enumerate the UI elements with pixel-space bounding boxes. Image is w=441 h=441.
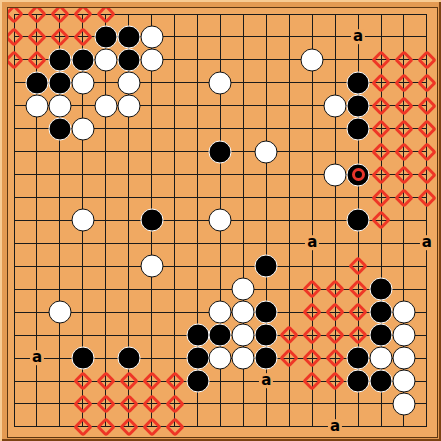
intersection[interactable]	[71, 255, 94, 278]
intersection[interactable]	[232, 48, 255, 71]
intersection[interactable]	[255, 71, 278, 94]
intersection[interactable]	[415, 71, 438, 94]
intersection[interactable]	[209, 7, 232, 25]
intersection[interactable]	[140, 7, 163, 25]
intersection[interactable]	[25, 25, 48, 48]
intersection[interactable]	[278, 347, 301, 370]
intersection[interactable]	[25, 324, 48, 347]
intersection[interactable]	[7, 255, 25, 278]
intersection[interactable]	[301, 71, 324, 94]
intersection[interactable]	[347, 278, 370, 301]
intersection[interactable]	[71, 71, 94, 94]
intersection[interactable]	[117, 94, 140, 117]
intersection[interactable]	[415, 163, 438, 186]
intersection[interactable]	[278, 370, 301, 393]
intersection[interactable]	[186, 255, 209, 278]
intersection[interactable]: a	[415, 232, 438, 255]
intersection[interactable]	[278, 163, 301, 186]
intersection[interactable]	[278, 255, 301, 278]
intersection[interactable]	[209, 301, 232, 324]
intersection[interactable]	[140, 392, 163, 415]
intersection[interactable]	[140, 347, 163, 370]
intersection[interactable]	[278, 415, 301, 438]
intersection[interactable]	[209, 163, 232, 186]
intersection[interactable]	[324, 324, 347, 347]
intersection[interactable]	[347, 186, 370, 209]
intersection[interactable]	[209, 347, 232, 370]
intersection[interactable]	[117, 370, 140, 393]
intersection[interactable]	[209, 71, 232, 94]
intersection[interactable]	[7, 232, 25, 255]
intersection[interactable]	[301, 370, 324, 393]
intersection[interactable]	[25, 186, 48, 209]
intersection[interactable]	[324, 370, 347, 393]
intersection[interactable]	[71, 370, 94, 393]
intersection[interactable]	[48, 117, 71, 140]
intersection[interactable]	[347, 255, 370, 278]
intersection[interactable]	[324, 117, 347, 140]
intersection[interactable]	[209, 278, 232, 301]
intersection[interactable]	[117, 25, 140, 48]
intersection[interactable]	[370, 392, 393, 415]
intersection[interactable]	[301, 140, 324, 163]
intersection[interactable]	[209, 140, 232, 163]
intersection[interactable]	[324, 255, 347, 278]
intersection[interactable]	[370, 94, 393, 117]
intersection[interactable]	[94, 255, 117, 278]
intersection[interactable]	[71, 301, 94, 324]
intersection[interactable]	[186, 186, 209, 209]
intersection[interactable]	[71, 324, 94, 347]
intersection[interactable]	[94, 7, 117, 25]
intersection[interactable]	[7, 370, 25, 393]
intersection[interactable]	[48, 140, 71, 163]
intersection[interactable]	[232, 347, 255, 370]
intersection[interactable]	[140, 415, 163, 438]
intersection[interactable]	[71, 278, 94, 301]
intersection[interactable]	[255, 324, 278, 347]
intersection[interactable]	[7, 186, 25, 209]
intersection[interactable]	[392, 255, 415, 278]
intersection[interactable]	[186, 94, 209, 117]
intersection[interactable]	[25, 94, 48, 117]
intersection[interactable]	[94, 25, 117, 48]
intersection[interactable]	[117, 324, 140, 347]
intersection[interactable]	[324, 278, 347, 301]
intersection[interactable]	[255, 163, 278, 186]
intersection[interactable]	[232, 94, 255, 117]
intersection[interactable]	[255, 140, 278, 163]
intersection[interactable]	[255, 301, 278, 324]
intersection[interactable]	[255, 48, 278, 71]
intersection[interactable]	[301, 415, 324, 438]
intersection[interactable]	[25, 71, 48, 94]
intersection[interactable]	[392, 7, 415, 25]
intersection[interactable]	[232, 71, 255, 94]
intersection[interactable]	[370, 25, 393, 48]
intersection[interactable]	[347, 163, 370, 186]
intersection[interactable]	[48, 232, 71, 255]
intersection[interactable]	[209, 392, 232, 415]
intersection[interactable]	[278, 232, 301, 255]
intersection[interactable]	[163, 209, 186, 232]
intersection[interactable]	[255, 347, 278, 370]
intersection[interactable]	[25, 370, 48, 393]
intersection[interactable]	[392, 140, 415, 163]
intersection[interactable]	[94, 392, 117, 415]
intersection[interactable]	[370, 140, 393, 163]
intersection[interactable]	[415, 140, 438, 163]
intersection[interactable]	[163, 370, 186, 393]
intersection[interactable]	[186, 7, 209, 25]
intersection[interactable]	[301, 255, 324, 278]
intersection[interactable]	[209, 25, 232, 48]
intersection[interactable]	[255, 255, 278, 278]
intersection[interactable]	[324, 232, 347, 255]
intersection[interactable]	[278, 48, 301, 71]
intersection[interactable]	[163, 163, 186, 186]
intersection[interactable]	[415, 48, 438, 71]
intersection[interactable]	[186, 48, 209, 71]
intersection[interactable]	[117, 278, 140, 301]
intersection[interactable]	[392, 25, 415, 48]
intersection[interactable]	[370, 48, 393, 71]
intersection[interactable]	[347, 209, 370, 232]
intersection[interactable]	[25, 255, 48, 278]
intersection[interactable]	[415, 324, 438, 347]
intersection[interactable]	[415, 117, 438, 140]
intersection[interactable]	[48, 255, 71, 278]
intersection[interactable]	[7, 163, 25, 186]
intersection[interactable]	[324, 392, 347, 415]
intersection[interactable]	[232, 232, 255, 255]
intersection[interactable]	[347, 370, 370, 393]
intersection[interactable]	[209, 209, 232, 232]
intersection[interactable]	[392, 209, 415, 232]
intersection[interactable]	[117, 301, 140, 324]
intersection[interactable]	[117, 117, 140, 140]
intersection[interactable]	[347, 347, 370, 370]
intersection[interactable]	[140, 140, 163, 163]
intersection[interactable]	[278, 324, 301, 347]
intersection[interactable]	[324, 25, 347, 48]
intersection[interactable]	[71, 94, 94, 117]
intersection[interactable]	[370, 370, 393, 393]
intersection[interactable]	[163, 301, 186, 324]
intersection[interactable]	[186, 71, 209, 94]
intersection[interactable]	[163, 232, 186, 255]
intersection[interactable]	[7, 347, 25, 370]
intersection[interactable]	[301, 392, 324, 415]
intersection[interactable]	[140, 186, 163, 209]
intersection[interactable]	[25, 232, 48, 255]
intersection[interactable]	[71, 140, 94, 163]
intersection[interactable]	[370, 278, 393, 301]
intersection[interactable]	[117, 71, 140, 94]
intersection[interactable]	[232, 186, 255, 209]
intersection[interactable]	[94, 209, 117, 232]
intersection[interactable]	[301, 94, 324, 117]
intersection[interactable]	[186, 347, 209, 370]
intersection[interactable]	[48, 347, 71, 370]
intersection[interactable]	[415, 255, 438, 278]
intersection[interactable]	[186, 232, 209, 255]
intersection[interactable]	[370, 232, 393, 255]
intersection[interactable]	[48, 301, 71, 324]
intersection[interactable]	[347, 7, 370, 25]
intersection[interactable]	[324, 301, 347, 324]
intersection[interactable]	[48, 370, 71, 393]
intersection[interactable]	[140, 324, 163, 347]
intersection[interactable]	[163, 48, 186, 71]
intersection[interactable]	[301, 324, 324, 347]
intersection[interactable]	[370, 255, 393, 278]
intersection[interactable]	[392, 415, 415, 438]
intersection[interactable]	[232, 7, 255, 25]
intersection[interactable]	[163, 140, 186, 163]
intersection[interactable]	[370, 117, 393, 140]
intersection[interactable]	[392, 94, 415, 117]
intersection[interactable]	[140, 48, 163, 71]
intersection[interactable]	[163, 71, 186, 94]
intersection[interactable]	[186, 278, 209, 301]
intersection[interactable]	[415, 209, 438, 232]
intersection[interactable]	[347, 301, 370, 324]
intersection[interactable]	[301, 347, 324, 370]
intersection[interactable]	[71, 25, 94, 48]
intersection[interactable]	[71, 392, 94, 415]
intersection[interactable]	[301, 163, 324, 186]
intersection[interactable]	[186, 301, 209, 324]
intersection[interactable]	[209, 370, 232, 393]
intersection[interactable]	[48, 186, 71, 209]
intersection[interactable]	[370, 301, 393, 324]
intersection[interactable]	[94, 117, 117, 140]
intersection[interactable]	[232, 255, 255, 278]
intersection[interactable]	[255, 392, 278, 415]
intersection[interactable]	[140, 232, 163, 255]
intersection[interactable]	[392, 232, 415, 255]
intersection[interactable]	[71, 415, 94, 438]
intersection[interactable]	[370, 415, 393, 438]
intersection[interactable]	[94, 94, 117, 117]
intersection[interactable]	[301, 278, 324, 301]
intersection[interactable]	[392, 186, 415, 209]
intersection[interactable]	[163, 186, 186, 209]
intersection[interactable]	[25, 48, 48, 71]
intersection[interactable]	[278, 140, 301, 163]
intersection[interactable]	[117, 163, 140, 186]
intersection[interactable]	[117, 347, 140, 370]
intersection[interactable]	[278, 25, 301, 48]
intersection[interactable]	[140, 255, 163, 278]
intersection[interactable]	[163, 255, 186, 278]
intersection[interactable]	[392, 301, 415, 324]
intersection[interactable]	[347, 48, 370, 71]
intersection[interactable]	[48, 392, 71, 415]
intersection[interactable]	[324, 186, 347, 209]
intersection[interactable]	[347, 324, 370, 347]
intersection[interactable]	[392, 117, 415, 140]
intersection[interactable]	[415, 25, 438, 48]
intersection[interactable]	[117, 232, 140, 255]
intersection[interactable]	[163, 392, 186, 415]
intersection[interactable]	[255, 186, 278, 209]
intersection[interactable]	[392, 370, 415, 393]
intersection[interactable]	[7, 392, 25, 415]
intersection[interactable]	[140, 301, 163, 324]
intersection[interactable]: a	[255, 370, 278, 393]
intersection[interactable]	[163, 117, 186, 140]
intersection[interactable]	[7, 117, 25, 140]
intersection[interactable]	[140, 278, 163, 301]
intersection[interactable]	[278, 71, 301, 94]
intersection[interactable]	[25, 117, 48, 140]
intersection[interactable]	[324, 347, 347, 370]
intersection[interactable]	[347, 392, 370, 415]
intersection[interactable]	[278, 94, 301, 117]
intersection[interactable]	[48, 209, 71, 232]
intersection[interactable]	[415, 392, 438, 415]
intersection[interactable]	[7, 7, 25, 25]
intersection[interactable]	[163, 347, 186, 370]
intersection[interactable]	[94, 186, 117, 209]
intersection[interactable]	[278, 301, 301, 324]
intersection[interactable]	[278, 209, 301, 232]
intersection[interactable]	[415, 301, 438, 324]
intersection[interactable]	[163, 278, 186, 301]
intersection[interactable]	[25, 163, 48, 186]
intersection[interactable]	[25, 278, 48, 301]
intersection[interactable]	[255, 94, 278, 117]
intersection[interactable]	[301, 48, 324, 71]
intersection[interactable]	[71, 163, 94, 186]
intersection[interactable]	[370, 7, 393, 25]
intersection[interactable]	[94, 324, 117, 347]
intersection[interactable]	[232, 370, 255, 393]
intersection[interactable]	[71, 48, 94, 71]
intersection[interactable]	[186, 415, 209, 438]
intersection[interactable]	[347, 94, 370, 117]
intersection[interactable]	[140, 94, 163, 117]
intersection[interactable]	[232, 324, 255, 347]
intersection[interactable]: a	[347, 25, 370, 48]
intersection[interactable]	[48, 324, 71, 347]
intersection[interactable]	[94, 140, 117, 163]
intersection[interactable]	[94, 163, 117, 186]
intersection[interactable]	[392, 71, 415, 94]
intersection[interactable]	[209, 324, 232, 347]
intersection[interactable]	[301, 25, 324, 48]
intersection[interactable]	[255, 25, 278, 48]
intersection[interactable]	[94, 370, 117, 393]
intersection[interactable]	[140, 117, 163, 140]
intersection[interactable]	[324, 48, 347, 71]
intersection[interactable]	[415, 278, 438, 301]
intersection[interactable]	[71, 347, 94, 370]
intersection[interactable]	[7, 278, 25, 301]
intersection[interactable]	[415, 415, 438, 438]
intersection[interactable]	[232, 415, 255, 438]
intersection[interactable]	[48, 163, 71, 186]
intersection[interactable]	[25, 140, 48, 163]
intersection[interactable]	[278, 392, 301, 415]
intersection[interactable]	[117, 392, 140, 415]
intersection[interactable]: a	[25, 347, 48, 370]
intersection[interactable]	[117, 255, 140, 278]
intersection[interactable]	[255, 278, 278, 301]
intersection[interactable]	[71, 209, 94, 232]
intersection[interactable]	[7, 48, 25, 71]
intersection[interactable]	[117, 7, 140, 25]
intersection[interactable]	[117, 209, 140, 232]
intersection[interactable]	[232, 392, 255, 415]
intersection[interactable]	[140, 71, 163, 94]
intersection[interactable]	[392, 48, 415, 71]
intersection[interactable]	[117, 48, 140, 71]
intersection[interactable]	[301, 186, 324, 209]
intersection[interactable]	[94, 71, 117, 94]
intersection[interactable]	[140, 163, 163, 186]
intersection[interactable]	[25, 415, 48, 438]
intersection[interactable]	[140, 209, 163, 232]
intersection[interactable]	[186, 25, 209, 48]
intersection[interactable]	[347, 117, 370, 140]
intersection[interactable]	[140, 370, 163, 393]
intersection[interactable]	[163, 7, 186, 25]
intersection[interactable]	[71, 7, 94, 25]
intersection[interactable]	[94, 301, 117, 324]
intersection[interactable]	[48, 71, 71, 94]
intersection[interactable]	[415, 347, 438, 370]
intersection[interactable]	[347, 415, 370, 438]
intersection[interactable]	[232, 140, 255, 163]
intersection[interactable]	[25, 301, 48, 324]
intersection[interactable]	[370, 186, 393, 209]
intersection[interactable]	[255, 209, 278, 232]
intersection[interactable]	[370, 71, 393, 94]
intersection[interactable]	[94, 278, 117, 301]
intersection[interactable]	[255, 232, 278, 255]
intersection[interactable]	[301, 117, 324, 140]
intersection[interactable]	[94, 232, 117, 255]
intersection[interactable]	[255, 415, 278, 438]
intersection[interactable]	[25, 392, 48, 415]
intersection[interactable]	[48, 7, 71, 25]
intersection[interactable]: a	[324, 415, 347, 438]
intersection[interactable]	[25, 209, 48, 232]
intersection[interactable]	[415, 186, 438, 209]
intersection[interactable]	[392, 392, 415, 415]
intersection[interactable]	[209, 232, 232, 255]
intersection[interactable]	[117, 415, 140, 438]
intersection[interactable]	[186, 209, 209, 232]
intersection[interactable]	[7, 301, 25, 324]
intersection[interactable]	[163, 324, 186, 347]
intersection[interactable]	[71, 117, 94, 140]
intersection[interactable]	[186, 163, 209, 186]
intersection[interactable]	[48, 278, 71, 301]
intersection[interactable]	[71, 186, 94, 209]
intersection[interactable]	[347, 232, 370, 255]
intersection[interactable]	[324, 71, 347, 94]
intersection[interactable]	[163, 415, 186, 438]
intersection[interactable]	[278, 278, 301, 301]
intersection[interactable]	[232, 117, 255, 140]
intersection[interactable]: a	[301, 232, 324, 255]
intersection[interactable]	[7, 415, 25, 438]
intersection[interactable]	[301, 7, 324, 25]
